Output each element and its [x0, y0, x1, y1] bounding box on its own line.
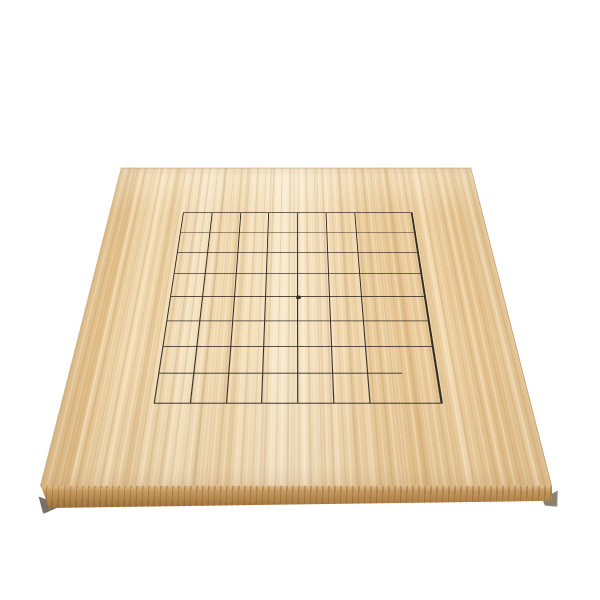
grid-cell: [360, 274, 394, 297]
grid-cell: [208, 232, 240, 252]
board-top-face: [40, 168, 552, 486]
grid-cell: [298, 253, 329, 275]
grid-cell: [197, 321, 233, 347]
grid-cell: [205, 253, 237, 275]
grid-cell: [363, 321, 399, 347]
grid-cell: [298, 274, 330, 297]
grid-cell: [328, 253, 360, 275]
grid-cell: [268, 232, 298, 252]
grid-cell: [265, 297, 298, 321]
grid-cell: [393, 297, 429, 321]
grid-cell: [174, 253, 207, 275]
grid-cell: [203, 274, 236, 297]
board-front-edge: [40, 484, 552, 508]
grid-cell: [262, 374, 298, 403]
grid-cell: [298, 213, 327, 232]
grid-cell: [332, 347, 368, 374]
grid-cell: [235, 274, 268, 297]
grid-cell: [399, 347, 437, 374]
grid-cell: [238, 232, 269, 252]
grid-cell: [362, 297, 397, 321]
grid-cell: [356, 232, 388, 252]
grid-cell: [298, 297, 331, 321]
grid-cell: [267, 253, 298, 275]
grid-cell: [227, 374, 264, 403]
grid-cell: [194, 347, 231, 374]
grid-cell: [233, 297, 267, 321]
grid-cell: [396, 321, 433, 347]
grid-cell: [171, 274, 205, 297]
grid-cell: [264, 321, 298, 347]
grid-cell: [298, 232, 328, 252]
grid-cell: [159, 347, 197, 374]
grid-cell: [155, 374, 194, 403]
grid-cell: [231, 321, 266, 347]
go-board: [40, 168, 552, 486]
grid-cell: [386, 232, 418, 252]
grid-cell: [333, 374, 370, 403]
grid-cell: [330, 297, 364, 321]
grid-cell: [298, 374, 334, 403]
grid-cell: [331, 321, 366, 347]
grid-cell: [181, 213, 212, 232]
grid-cell: [368, 374, 406, 403]
grid-cell: [178, 232, 210, 252]
grid-cell: [383, 213, 415, 232]
grid-cell: [355, 213, 386, 232]
grid-cell: [329, 274, 362, 297]
grid-cell: [200, 297, 234, 321]
tengen-star-point: [295, 295, 300, 299]
photo-scene: [0, 0, 600, 600]
grid-cell: [266, 274, 298, 297]
grid-cell: [167, 297, 202, 321]
grid-cell: [326, 213, 356, 232]
grid-cell: [163, 321, 200, 347]
grid-cell: [210, 213, 241, 232]
grid-cell: [269, 213, 298, 232]
grid-cell: [229, 347, 265, 374]
grid-cell: [239, 213, 269, 232]
grid-cell: [236, 253, 268, 275]
grid-cell: [388, 253, 421, 275]
grid-cell: [263, 347, 298, 374]
grid-cell: [298, 321, 332, 347]
grid-cell: [391, 274, 425, 297]
go-grid: [154, 212, 443, 403]
grid-cell: [365, 347, 402, 374]
grid-cell: [402, 374, 441, 403]
grid-cell: [298, 347, 333, 374]
grid-cell: [327, 232, 358, 252]
grid-cell: [191, 374, 229, 403]
grid-cell: [358, 253, 391, 275]
